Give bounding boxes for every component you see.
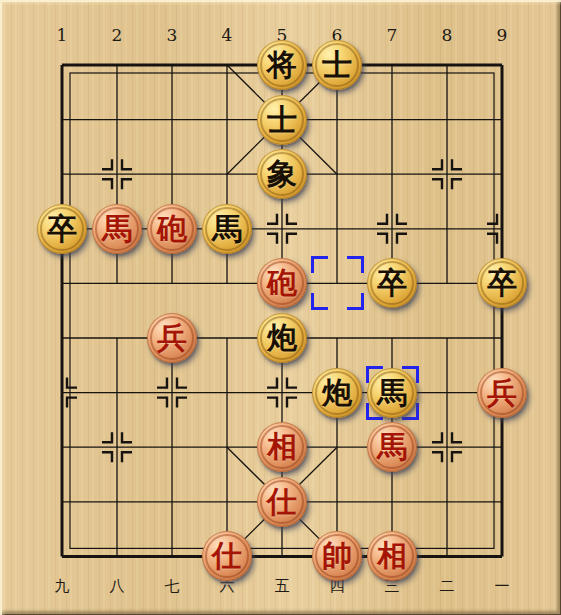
xiangqi-app-window: 123456789 九八七六五四三二一 将士士象卒馬砲馬砲卒卒兵炮炮馬兵相馬仕仕… bbox=[0, 0, 561, 615]
piece-character: 仕 bbox=[267, 487, 297, 517]
black-soldier[interactable]: 卒 bbox=[37, 204, 87, 254]
piece-character: 仕 bbox=[212, 541, 242, 571]
piece-character: 士 bbox=[322, 50, 352, 80]
last-move-from-marker bbox=[310, 256, 365, 310]
piece-character: 砲 bbox=[157, 214, 187, 244]
piece-character: 馬 bbox=[377, 378, 407, 408]
piece-character: 卒 bbox=[487, 268, 517, 298]
piece-character: 兵 bbox=[157, 323, 187, 353]
black-advisor[interactable]: 士 bbox=[312, 40, 362, 90]
red-cannon[interactable]: 砲 bbox=[257, 258, 307, 308]
red-advisor[interactable]: 仕 bbox=[202, 531, 252, 581]
piece-character: 馬 bbox=[377, 432, 407, 462]
black-cannon[interactable]: 炮 bbox=[257, 313, 307, 363]
red-soldier[interactable]: 兵 bbox=[477, 368, 527, 418]
black-general[interactable]: 将 bbox=[257, 40, 307, 90]
piece-character: 馬 bbox=[212, 214, 242, 244]
red-cannon[interactable]: 砲 bbox=[147, 204, 197, 254]
black-soldier[interactable]: 卒 bbox=[477, 258, 527, 308]
piece-character: 炮 bbox=[267, 323, 297, 353]
piece-character: 相 bbox=[377, 541, 407, 571]
red-advisor[interactable]: 仕 bbox=[257, 477, 307, 527]
piece-character: 士 bbox=[267, 105, 297, 135]
piece-character: 将 bbox=[267, 50, 297, 80]
black-elephant[interactable]: 象 bbox=[257, 149, 307, 199]
piece-character: 馬 bbox=[102, 214, 132, 244]
black-advisor[interactable]: 士 bbox=[257, 95, 307, 145]
red-elephant[interactable]: 相 bbox=[367, 531, 417, 581]
piece-character: 炮 bbox=[322, 378, 352, 408]
piece-character: 象 bbox=[267, 159, 297, 189]
black-horse[interactable]: 馬 bbox=[367, 368, 417, 418]
piece-character: 兵 bbox=[487, 378, 517, 408]
black-cannon[interactable]: 炮 bbox=[312, 368, 362, 418]
piece-character: 砲 bbox=[267, 268, 297, 298]
black-horse[interactable]: 馬 bbox=[202, 204, 252, 254]
red-horse[interactable]: 馬 bbox=[92, 204, 142, 254]
red-elephant[interactable]: 相 bbox=[257, 422, 307, 472]
red-soldier[interactable]: 兵 bbox=[147, 313, 197, 363]
red-horse[interactable]: 馬 bbox=[367, 422, 417, 472]
xiangqi-board[interactable]: 将士士象卒馬砲馬砲卒卒兵炮炮馬兵相馬仕仕帥相 bbox=[35, 38, 530, 584]
piece-character: 相 bbox=[267, 432, 297, 462]
black-soldier[interactable]: 卒 bbox=[367, 258, 417, 308]
red-general[interactable]: 帥 bbox=[312, 531, 362, 581]
piece-character: 帥 bbox=[322, 541, 352, 571]
piece-character: 卒 bbox=[47, 214, 77, 244]
piece-character: 卒 bbox=[377, 268, 407, 298]
